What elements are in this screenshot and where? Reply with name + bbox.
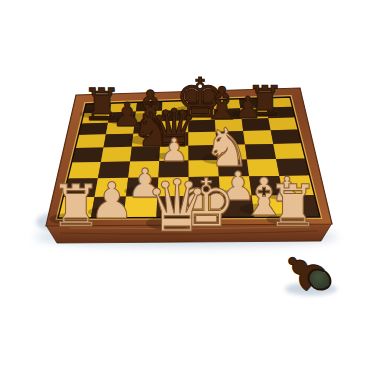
square-h5[interactable] [271, 130, 302, 144]
chess-product-scene: ♚♜♝♜♟♝♟♞♛♟♞♟♟♟♝♟♜♚♜♛♟ [0, 0, 374, 374]
piece-white-rook-h1[interactable]: ♜ [267, 177, 319, 235]
piece-white-pawn-d4[interactable]: ♟ [160, 134, 189, 166]
square-a5[interactable] [75, 134, 106, 148]
square-h4[interactable] [273, 143, 305, 159]
square-a4[interactable] [72, 147, 104, 162]
piece-white-rook-a1[interactable]: ♜ [50, 177, 102, 235]
piece-white-queen-d1[interactable]: ♛ [145, 170, 210, 242]
square-b5[interactable] [104, 134, 134, 148]
